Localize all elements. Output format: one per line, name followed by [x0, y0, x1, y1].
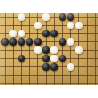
go-stone-white: [18, 30, 26, 38]
go-stone-black: [42, 63, 50, 71]
go-stone-black: [34, 38, 42, 46]
go-stone-white: [75, 46, 83, 54]
go-stone-white: [67, 22, 75, 30]
go-stone-black: [42, 55, 50, 63]
go-stone-white: [50, 55, 58, 63]
go-stone-black: [1, 38, 9, 46]
go-stone-white: [34, 46, 42, 54]
go-board-photo: [0, 13, 98, 85]
go-stone-black: [42, 46, 50, 54]
go-stone-white: [50, 46, 58, 54]
go-board: [0, 13, 98, 85]
go-stone-black: [18, 38, 26, 46]
go-stone-black: [26, 38, 34, 46]
go-stone-white: [34, 22, 42, 30]
go-stone-black: [18, 55, 26, 63]
go-stone-black: [59, 38, 67, 46]
go-stone-white: [42, 13, 50, 21]
image-canvas: [0, 0, 98, 98]
go-stone-white: [67, 63, 75, 71]
go-stone-black: [42, 30, 50, 38]
go-stone-white: [75, 22, 83, 30]
go-stone-black: [67, 13, 75, 21]
go-stone-black: [50, 63, 58, 71]
grid-line-horizontal: [0, 75, 98, 76]
go-stone-black: [50, 30, 58, 38]
go-stone-white: [18, 13, 26, 21]
go-stone-black: [9, 38, 17, 46]
grid-line-horizontal: [0, 25, 98, 26]
go-stone-black: [59, 13, 67, 21]
go-stone-white: [9, 30, 17, 38]
grid-line-horizontal: [0, 83, 98, 84]
go-stone-black: [59, 55, 67, 63]
go-stone-white: [67, 38, 75, 46]
